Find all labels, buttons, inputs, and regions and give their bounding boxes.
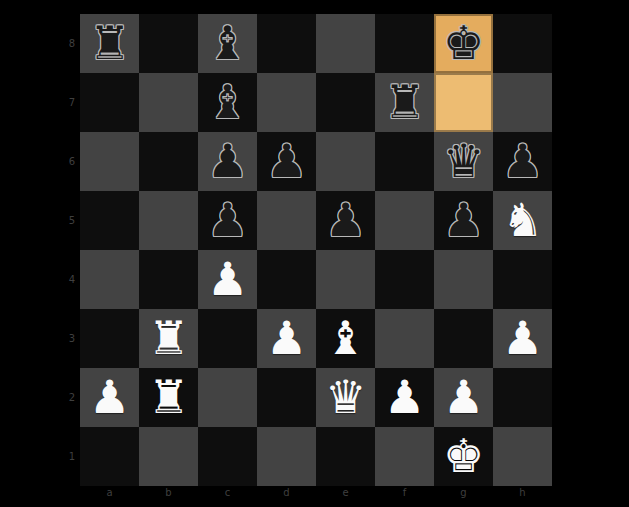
square-g3[interactable] bbox=[434, 309, 493, 368]
piece-black-rook[interactable]: ♜ bbox=[375, 73, 434, 132]
square-a3[interactable] bbox=[80, 309, 139, 368]
piece-black-pawn[interactable]: ♟ bbox=[316, 191, 375, 250]
square-e3[interactable]: ♝ bbox=[316, 309, 375, 368]
piece-white-pawn[interactable]: ♟ bbox=[434, 368, 493, 427]
piece-white-pawn[interactable]: ♟ bbox=[198, 250, 257, 309]
square-d1[interactable] bbox=[257, 427, 316, 486]
square-c2[interactable] bbox=[198, 368, 257, 427]
square-f6[interactable] bbox=[375, 132, 434, 191]
square-d2[interactable] bbox=[257, 368, 316, 427]
piece-white-pawn[interactable]: ♟ bbox=[493, 309, 552, 368]
piece-white-rook[interactable]: ♜ bbox=[139, 368, 198, 427]
rank-label-2: 2 bbox=[66, 368, 78, 427]
file-label-h: h bbox=[493, 486, 552, 500]
square-e1[interactable] bbox=[316, 427, 375, 486]
square-d5[interactable] bbox=[257, 191, 316, 250]
square-b6[interactable] bbox=[139, 132, 198, 191]
piece-white-knight[interactable]: ♞ bbox=[493, 191, 552, 250]
square-a7[interactable] bbox=[80, 73, 139, 132]
square-h1[interactable] bbox=[493, 427, 552, 486]
square-d3[interactable]: ♟ bbox=[257, 309, 316, 368]
piece-white-pawn[interactable]: ♟ bbox=[375, 368, 434, 427]
piece-white-bishop[interactable]: ♝ bbox=[316, 309, 375, 368]
square-c8[interactable]: ♝ bbox=[198, 14, 257, 73]
square-h4[interactable] bbox=[493, 250, 552, 309]
square-a8[interactable]: ♜ bbox=[80, 14, 139, 73]
square-b2[interactable]: ♜ bbox=[139, 368, 198, 427]
square-f5[interactable] bbox=[375, 191, 434, 250]
piece-black-bishop[interactable]: ♝ bbox=[198, 14, 257, 73]
square-c3[interactable] bbox=[198, 309, 257, 368]
square-e5[interactable]: ♟ bbox=[316, 191, 375, 250]
square-e2[interactable]: ♛ bbox=[316, 368, 375, 427]
square-b5[interactable] bbox=[139, 191, 198, 250]
piece-black-pawn[interactable]: ♟ bbox=[493, 132, 552, 191]
square-h2[interactable] bbox=[493, 368, 552, 427]
square-d4[interactable] bbox=[257, 250, 316, 309]
square-f8[interactable] bbox=[375, 14, 434, 73]
rank-label-8: 8 bbox=[66, 14, 78, 73]
square-g6[interactable]: ♛ bbox=[434, 132, 493, 191]
square-c5[interactable]: ♟ bbox=[198, 191, 257, 250]
file-label-g: g bbox=[434, 486, 493, 500]
square-b1[interactable] bbox=[139, 427, 198, 486]
square-g1[interactable]: ♚ bbox=[434, 427, 493, 486]
square-d6[interactable]: ♟ bbox=[257, 132, 316, 191]
square-g5[interactable]: ♟ bbox=[434, 191, 493, 250]
square-h5[interactable]: ♞ bbox=[493, 191, 552, 250]
rank-label-5: 5 bbox=[66, 191, 78, 250]
piece-black-queen[interactable]: ♛ bbox=[434, 132, 493, 191]
rank-label-6: 6 bbox=[66, 132, 78, 191]
file-label-f: f bbox=[375, 486, 434, 500]
square-f2[interactable]: ♟ bbox=[375, 368, 434, 427]
square-d7[interactable] bbox=[257, 73, 316, 132]
piece-black-rook[interactable]: ♜ bbox=[80, 14, 139, 73]
piece-white-rook[interactable]: ♜ bbox=[139, 309, 198, 368]
piece-black-king[interactable]: ♚ bbox=[434, 14, 493, 73]
square-f3[interactable] bbox=[375, 309, 434, 368]
square-a1[interactable] bbox=[80, 427, 139, 486]
piece-white-pawn[interactable]: ♟ bbox=[257, 309, 316, 368]
square-e6[interactable] bbox=[316, 132, 375, 191]
piece-white-pawn[interactable]: ♟ bbox=[80, 368, 139, 427]
square-c1[interactable] bbox=[198, 427, 257, 486]
rank-label-4: 4 bbox=[66, 250, 78, 309]
square-h3[interactable]: ♟ bbox=[493, 309, 552, 368]
square-a6[interactable] bbox=[80, 132, 139, 191]
piece-black-pawn[interactable]: ♟ bbox=[198, 132, 257, 191]
square-h6[interactable]: ♟ bbox=[493, 132, 552, 191]
square-e8[interactable] bbox=[316, 14, 375, 73]
square-b8[interactable] bbox=[139, 14, 198, 73]
piece-black-pawn[interactable]: ♟ bbox=[434, 191, 493, 250]
square-c6[interactable]: ♟ bbox=[198, 132, 257, 191]
square-b4[interactable] bbox=[139, 250, 198, 309]
rank-label-7: 7 bbox=[66, 73, 78, 132]
file-label-a: a bbox=[80, 486, 139, 500]
square-c7[interactable]: ♝ bbox=[198, 73, 257, 132]
square-a4[interactable] bbox=[80, 250, 139, 309]
square-a2[interactable]: ♟ bbox=[80, 368, 139, 427]
square-b3[interactable]: ♜ bbox=[139, 309, 198, 368]
rank-label-3: 3 bbox=[66, 309, 78, 368]
square-h7[interactable] bbox=[493, 73, 552, 132]
piece-white-king[interactable]: ♚ bbox=[434, 427, 493, 486]
piece-white-queen[interactable]: ♛ bbox=[316, 368, 375, 427]
square-g8[interactable]: ♚ bbox=[434, 14, 493, 73]
square-f1[interactable] bbox=[375, 427, 434, 486]
piece-black-pawn[interactable]: ♟ bbox=[257, 132, 316, 191]
square-f4[interactable] bbox=[375, 250, 434, 309]
square-a5[interactable] bbox=[80, 191, 139, 250]
board-background: ♜♝♚♝♜♟♟♛♟♟♟♟♞♟♜♟♝♟♟♜♛♟♟♚ 87654321 abcdef… bbox=[0, 0, 629, 507]
square-c4[interactable]: ♟ bbox=[198, 250, 257, 309]
square-f7[interactable]: ♜ bbox=[375, 73, 434, 132]
square-g4[interactable] bbox=[434, 250, 493, 309]
square-h8[interactable] bbox=[493, 14, 552, 73]
square-b7[interactable] bbox=[139, 73, 198, 132]
square-g7[interactable] bbox=[434, 73, 493, 132]
file-label-b: b bbox=[139, 486, 198, 500]
file-label-c: c bbox=[198, 486, 257, 500]
rank-label-1: 1 bbox=[66, 427, 78, 486]
square-e7[interactable] bbox=[316, 73, 375, 132]
square-e4[interactable] bbox=[316, 250, 375, 309]
chess-board: ♜♝♚♝♜♟♟♛♟♟♟♟♞♟♜♟♝♟♟♜♛♟♟♚ bbox=[80, 14, 552, 486]
piece-black-bishop[interactable]: ♝ bbox=[198, 73, 257, 132]
file-label-d: d bbox=[257, 486, 316, 500]
square-d8[interactable] bbox=[257, 14, 316, 73]
file-label-e: e bbox=[316, 486, 375, 500]
piece-black-pawn[interactable]: ♟ bbox=[198, 191, 257, 250]
square-g2[interactable]: ♟ bbox=[434, 368, 493, 427]
